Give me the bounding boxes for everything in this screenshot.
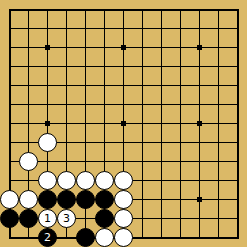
- black-stone[interactable]: [57, 190, 76, 209]
- black-stone[interactable]: [0, 209, 19, 228]
- black-stone[interactable]: [95, 209, 114, 228]
- white-stone[interactable]: [19, 152, 38, 171]
- move-number-label: 3: [63, 213, 70, 224]
- move-number-label: 2: [44, 232, 51, 243]
- grid-line-vertical: [218, 10, 219, 239]
- grid-line-vertical: [142, 10, 143, 239]
- white-stone[interactable]: [114, 190, 133, 209]
- grid-line-horizontal: [10, 28, 239, 29]
- white-stone[interactable]: 3: [57, 209, 76, 228]
- white-stone[interactable]: [57, 171, 76, 190]
- grid-line-vertical: [161, 10, 162, 239]
- grid-line-horizontal: [10, 85, 239, 86]
- black-stone[interactable]: [19, 209, 38, 228]
- black-stone[interactable]: [95, 190, 114, 209]
- star-point: [45, 121, 50, 126]
- white-stone[interactable]: [114, 209, 133, 228]
- go-diagram: 132: [0, 0, 247, 247]
- grid-line-horizontal: [10, 66, 239, 67]
- white-stone[interactable]: [76, 171, 95, 190]
- black-stone[interactable]: [76, 228, 95, 247]
- white-stone[interactable]: [114, 228, 133, 247]
- white-stone[interactable]: [19, 190, 38, 209]
- star-point: [121, 45, 126, 50]
- white-stone[interactable]: [114, 171, 133, 190]
- white-stone[interactable]: 1: [38, 209, 57, 228]
- white-stone[interactable]: [95, 228, 114, 247]
- white-stone[interactable]: [38, 133, 57, 152]
- white-stone[interactable]: [38, 171, 57, 190]
- grid-line-horizontal: [10, 104, 239, 105]
- black-stone[interactable]: 2: [38, 228, 57, 247]
- star-point: [121, 121, 126, 126]
- star-point: [197, 121, 202, 126]
- star-point: [45, 45, 50, 50]
- go-board[interactable]: 132: [0, 0, 247, 247]
- white-stone[interactable]: [95, 171, 114, 190]
- grid-line-horizontal: [10, 161, 239, 162]
- grid-line-vertical: [180, 10, 181, 239]
- black-stone[interactable]: [38, 190, 57, 209]
- star-point: [197, 45, 202, 50]
- white-stone[interactable]: [0, 190, 19, 209]
- star-point: [197, 197, 202, 202]
- move-number-label: 1: [44, 213, 51, 224]
- black-stone[interactable]: [76, 190, 95, 209]
